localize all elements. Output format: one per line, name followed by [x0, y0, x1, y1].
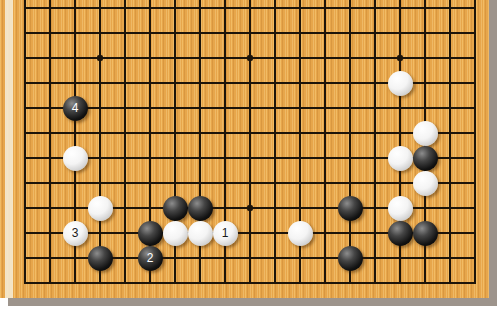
- intersection-j2[interactable]: [213, 246, 238, 271]
- intersection-a12[interactable]: [13, 0, 38, 21]
- intersection-t6[interactable]: [463, 146, 488, 171]
- intersection-h3[interactable]: [188, 221, 213, 246]
- intersection-e2[interactable]: [113, 246, 138, 271]
- white-stone-r7[interactable]: [413, 121, 438, 146]
- intersection-m10[interactable]: [288, 46, 313, 71]
- intersection-o4[interactable]: [338, 196, 363, 221]
- intersection-m1[interactable]: [288, 271, 313, 296]
- intersection-h12[interactable]: [188, 0, 213, 21]
- intersection-c10[interactable]: [63, 46, 88, 71]
- intersection-k11[interactable]: [238, 21, 263, 46]
- intersection-e6[interactable]: [113, 146, 138, 171]
- move-number-label: 4: [72, 102, 79, 114]
- intersection-a7[interactable]: [13, 121, 38, 146]
- intersection-f12[interactable]: [138, 0, 163, 21]
- intersection-o9[interactable]: [338, 71, 363, 96]
- intersection-r6[interactable]: [413, 146, 438, 171]
- intersection-r12[interactable]: [413, 0, 438, 21]
- intersection-p12[interactable]: [363, 0, 388, 21]
- intersection-b1[interactable]: [38, 271, 63, 296]
- intersection-f11[interactable]: [138, 21, 163, 46]
- intersection-a3[interactable]: [13, 221, 38, 246]
- intersection-r3[interactable]: [413, 221, 438, 246]
- intersection-t12[interactable]: [463, 0, 488, 21]
- intersection-b12[interactable]: [38, 0, 63, 21]
- intersection-s3[interactable]: [438, 221, 463, 246]
- intersection-m4[interactable]: [288, 196, 313, 221]
- black-stone-d2[interactable]: [88, 246, 113, 271]
- intersection-d2[interactable]: [88, 246, 113, 271]
- intersection-d12[interactable]: [88, 0, 113, 21]
- intersection-j10[interactable]: [213, 46, 238, 71]
- intersection-d5[interactable]: [88, 171, 113, 196]
- intersection-r4[interactable]: [413, 196, 438, 221]
- intersection-a10[interactable]: [13, 46, 38, 71]
- white-stone-c6[interactable]: [63, 146, 88, 171]
- intersection-q12[interactable]: [388, 0, 413, 21]
- intersection-q7[interactable]: [388, 121, 413, 146]
- intersection-t9[interactable]: [463, 71, 488, 96]
- intersection-p10[interactable]: [363, 46, 388, 71]
- black-stone-r3[interactable]: [413, 221, 438, 246]
- intersection-h5[interactable]: [188, 171, 213, 196]
- intersection-r7[interactable]: [413, 121, 438, 146]
- intersection-q5[interactable]: [388, 171, 413, 196]
- intersection-n2[interactable]: [313, 246, 338, 271]
- intersection-b5[interactable]: [38, 171, 63, 196]
- intersection-a9[interactable]: [13, 71, 38, 96]
- intersection-g11[interactable]: [163, 21, 188, 46]
- intersection-d4[interactable]: [88, 196, 113, 221]
- intersection-b2[interactable]: [38, 246, 63, 271]
- intersection-r2[interactable]: [413, 246, 438, 271]
- intersection-h4[interactable]: [188, 196, 213, 221]
- intersection-p11[interactable]: [363, 21, 388, 46]
- black-stone-q3[interactable]: [388, 221, 413, 246]
- intersection-e4[interactable]: [113, 196, 138, 221]
- intersection-r9[interactable]: [413, 71, 438, 96]
- intersection-c5[interactable]: [63, 171, 88, 196]
- board-drop-shadow-bottom: [8, 298, 497, 306]
- intersection-o5[interactable]: [338, 171, 363, 196]
- intersection-c2[interactable]: [63, 246, 88, 271]
- intersection-l8[interactable]: [263, 96, 288, 121]
- intersection-f4[interactable]: [138, 196, 163, 221]
- intersection-f9[interactable]: [138, 71, 163, 96]
- intersection-e5[interactable]: [113, 171, 138, 196]
- intersection-m6[interactable]: [288, 146, 313, 171]
- intersection-c11[interactable]: [63, 21, 88, 46]
- intersection-k12[interactable]: [238, 0, 263, 21]
- intersection-l7[interactable]: [263, 121, 288, 146]
- intersection-g10[interactable]: [163, 46, 188, 71]
- white-stone-m3[interactable]: [288, 221, 313, 246]
- intersection-d1[interactable]: [88, 271, 113, 296]
- intersection-b10[interactable]: [38, 46, 63, 71]
- intersection-d7[interactable]: [88, 121, 113, 146]
- intersection-m12[interactable]: [288, 0, 313, 21]
- intersection-k4[interactable]: [238, 196, 263, 221]
- intersection-s9[interactable]: [438, 71, 463, 96]
- intersection-f2[interactable]: 2: [138, 246, 163, 271]
- intersection-j11[interactable]: [213, 21, 238, 46]
- intersection-n11[interactable]: [313, 21, 338, 46]
- intersection-j3[interactable]: 1: [213, 221, 238, 246]
- intersection-c7[interactable]: [63, 121, 88, 146]
- intersection-m8[interactable]: [288, 96, 313, 121]
- intersection-c12[interactable]: [63, 0, 88, 21]
- intersection-n5[interactable]: [313, 171, 338, 196]
- white-stone-c3[interactable]: 3: [63, 221, 88, 246]
- intersection-p8[interactable]: [363, 96, 388, 121]
- intersection-a4[interactable]: [13, 196, 38, 221]
- intersection-r11[interactable]: [413, 21, 438, 46]
- intersection-o6[interactable]: [338, 146, 363, 171]
- intersection-n3[interactable]: [313, 221, 338, 246]
- move-number-label: 2: [147, 252, 154, 264]
- intersection-a11[interactable]: [13, 21, 38, 46]
- intersection-q10[interactable]: [388, 46, 413, 71]
- intersection-j4[interactable]: [213, 196, 238, 221]
- board-grid: 4312: [13, 0, 488, 296]
- intersection-p1[interactable]: [363, 271, 388, 296]
- black-stone-g4[interactable]: [163, 196, 188, 221]
- intersection-j5[interactable]: [213, 171, 238, 196]
- intersection-q6[interactable]: [388, 146, 413, 171]
- intersection-o11[interactable]: [338, 21, 363, 46]
- black-stone-h4[interactable]: [188, 196, 213, 221]
- black-stone-o4[interactable]: [338, 196, 363, 221]
- intersection-o3[interactable]: [338, 221, 363, 246]
- intersection-k8[interactable]: [238, 96, 263, 121]
- white-stone-q9[interactable]: [388, 71, 413, 96]
- intersection-l9[interactable]: [263, 71, 288, 96]
- intersection-k1[interactable]: [238, 271, 263, 296]
- intersection-q3[interactable]: [388, 221, 413, 246]
- black-stone-c8[interactable]: 4: [63, 96, 88, 121]
- intersection-s8[interactable]: [438, 96, 463, 121]
- intersection-h9[interactable]: [188, 71, 213, 96]
- intersection-o8[interactable]: [338, 96, 363, 121]
- intersection-d9[interactable]: [88, 71, 113, 96]
- intersection-a2[interactable]: [13, 246, 38, 271]
- intersection-m9[interactable]: [288, 71, 313, 96]
- go-board: 4312: [0, 0, 489, 298]
- intersection-f8[interactable]: [138, 96, 163, 121]
- white-stone-h3[interactable]: [188, 221, 213, 246]
- intersection-m3[interactable]: [288, 221, 313, 246]
- intersection-k9[interactable]: [238, 71, 263, 96]
- intersection-t3[interactable]: [463, 221, 488, 246]
- intersection-a1[interactable]: [13, 271, 38, 296]
- intersection-b9[interactable]: [38, 71, 63, 96]
- intersection-g2[interactable]: [163, 246, 188, 271]
- intersection-g6[interactable]: [163, 146, 188, 171]
- intersection-c6[interactable]: [63, 146, 88, 171]
- intersection-t5[interactable]: [463, 171, 488, 196]
- intersection-f3[interactable]: [138, 221, 163, 246]
- intersection-n9[interactable]: [313, 71, 338, 96]
- intersection-a5[interactable]: [13, 171, 38, 196]
- intersection-g7[interactable]: [163, 121, 188, 146]
- intersection-k6[interactable]: [238, 146, 263, 171]
- intersection-l11[interactable]: [263, 21, 288, 46]
- intersection-l3[interactable]: [263, 221, 288, 246]
- intersection-s4[interactable]: [438, 196, 463, 221]
- intersection-n6[interactable]: [313, 146, 338, 171]
- intersection-t4[interactable]: [463, 196, 488, 221]
- intersection-e7[interactable]: [113, 121, 138, 146]
- intersection-b3[interactable]: [38, 221, 63, 246]
- intersection-c4[interactable]: [63, 196, 88, 221]
- intersection-q4[interactable]: [388, 196, 413, 221]
- intersection-f7[interactable]: [138, 121, 163, 146]
- intersection-k2[interactable]: [238, 246, 263, 271]
- intersection-n4[interactable]: [313, 196, 338, 221]
- intersection-p4[interactable]: [363, 196, 388, 221]
- intersection-r10[interactable]: [413, 46, 438, 71]
- intersection-t10[interactable]: [463, 46, 488, 71]
- intersection-p5[interactable]: [363, 171, 388, 196]
- intersection-n10[interactable]: [313, 46, 338, 71]
- intersection-h8[interactable]: [188, 96, 213, 121]
- intersection-l5[interactable]: [263, 171, 288, 196]
- intersection-q1[interactable]: [388, 271, 413, 296]
- intersection-e1[interactable]: [113, 271, 138, 296]
- intersection-r1[interactable]: [413, 271, 438, 296]
- white-stone-q4[interactable]: [388, 196, 413, 221]
- intersection-e10[interactable]: [113, 46, 138, 71]
- intersection-f6[interactable]: [138, 146, 163, 171]
- intersection-s5[interactable]: [438, 171, 463, 196]
- intersection-g8[interactable]: [163, 96, 188, 121]
- white-stone-d4[interactable]: [88, 196, 113, 221]
- intersection-f1[interactable]: [138, 271, 163, 296]
- intersection-f10[interactable]: [138, 46, 163, 71]
- intersection-d3[interactable]: [88, 221, 113, 246]
- intersection-d10[interactable]: [88, 46, 113, 71]
- intersection-j12[interactable]: [213, 0, 238, 21]
- intersection-s1[interactable]: [438, 271, 463, 296]
- intersection-s2[interactable]: [438, 246, 463, 271]
- intersection-g9[interactable]: [163, 71, 188, 96]
- intersection-m5[interactable]: [288, 171, 313, 196]
- intersection-e11[interactable]: [113, 21, 138, 46]
- intersection-l1[interactable]: [263, 271, 288, 296]
- intersection-m7[interactable]: [288, 121, 313, 146]
- intersection-g12[interactable]: [163, 0, 188, 21]
- intersection-l4[interactable]: [263, 196, 288, 221]
- intersection-c8[interactable]: 4: [63, 96, 88, 121]
- intersection-q9[interactable]: [388, 71, 413, 96]
- intersection-o2[interactable]: [338, 246, 363, 271]
- intersection-e3[interactable]: [113, 221, 138, 246]
- black-stone-r6[interactable]: [413, 146, 438, 171]
- white-stone-r5[interactable]: [413, 171, 438, 196]
- move-number-label: 3: [72, 227, 79, 239]
- intersection-h6[interactable]: [188, 146, 213, 171]
- intersection-k5[interactable]: [238, 171, 263, 196]
- intersection-p6[interactable]: [363, 146, 388, 171]
- intersection-h11[interactable]: [188, 21, 213, 46]
- intersection-s11[interactable]: [438, 21, 463, 46]
- black-stone-o2[interactable]: [338, 246, 363, 271]
- intersection-m2[interactable]: [288, 246, 313, 271]
- intersection-n12[interactable]: [313, 0, 338, 21]
- intersection-a8[interactable]: [13, 96, 38, 121]
- intersection-h10[interactable]: [188, 46, 213, 71]
- intersection-o1[interactable]: [338, 271, 363, 296]
- intersection-a6[interactable]: [13, 146, 38, 171]
- intersection-d6[interactable]: [88, 146, 113, 171]
- intersection-h1[interactable]: [188, 271, 213, 296]
- intersection-k7[interactable]: [238, 121, 263, 146]
- intersection-t7[interactable]: [463, 121, 488, 146]
- intersection-d8[interactable]: [88, 96, 113, 121]
- intersection-o12[interactable]: [338, 0, 363, 21]
- intersection-j6[interactable]: [213, 146, 238, 171]
- intersection-t11[interactable]: [463, 21, 488, 46]
- intersection-d11[interactable]: [88, 21, 113, 46]
- black-stone-f2[interactable]: 2: [138, 246, 163, 271]
- intersection-c1[interactable]: [63, 271, 88, 296]
- intersection-e8[interactable]: [113, 96, 138, 121]
- intersection-r5[interactable]: [413, 171, 438, 196]
- intersection-r8[interactable]: [413, 96, 438, 121]
- black-stone-f3[interactable]: [138, 221, 163, 246]
- intersection-l10[interactable]: [263, 46, 288, 71]
- intersection-n8[interactable]: [313, 96, 338, 121]
- intersection-h7[interactable]: [188, 121, 213, 146]
- white-stone-g3[interactable]: [163, 221, 188, 246]
- intersection-q11[interactable]: [388, 21, 413, 46]
- intersection-s12[interactable]: [438, 0, 463, 21]
- intersection-g5[interactable]: [163, 171, 188, 196]
- intersection-j1[interactable]: [213, 271, 238, 296]
- white-stone-j3[interactable]: 1: [213, 221, 238, 246]
- board-drop-shadow-right: [489, 0, 497, 306]
- intersection-j7[interactable]: [213, 121, 238, 146]
- white-stone-q6[interactable]: [388, 146, 413, 171]
- intersection-s10[interactable]: [438, 46, 463, 71]
- intersection-l2[interactable]: [263, 246, 288, 271]
- intersection-p7[interactable]: [363, 121, 388, 146]
- intersection-n1[interactable]: [313, 271, 338, 296]
- intersection-n7[interactable]: [313, 121, 338, 146]
- intersection-j8[interactable]: [213, 96, 238, 121]
- go-diagram: 4312: [0, 0, 500, 310]
- intersection-j9[interactable]: [213, 71, 238, 96]
- intersection-p9[interactable]: [363, 71, 388, 96]
- intersection-t2[interactable]: [463, 246, 488, 271]
- intersection-q2[interactable]: [388, 246, 413, 271]
- intersection-o7[interactable]: [338, 121, 363, 146]
- intersection-t8[interactable]: [463, 96, 488, 121]
- move-number-label: 1: [222, 227, 229, 239]
- intersection-e12[interactable]: [113, 0, 138, 21]
- intersection-t1[interactable]: [463, 271, 488, 296]
- intersection-l6[interactable]: [263, 146, 288, 171]
- intersection-c9[interactable]: [63, 71, 88, 96]
- intersection-p2[interactable]: [363, 246, 388, 271]
- intersection-g1[interactable]: [163, 271, 188, 296]
- intersection-s6[interactable]: [438, 146, 463, 171]
- intersection-b11[interactable]: [38, 21, 63, 46]
- intersection-f5[interactable]: [138, 171, 163, 196]
- intersection-g4[interactable]: [163, 196, 188, 221]
- intersection-o10[interactable]: [338, 46, 363, 71]
- intersection-g3[interactable]: [163, 221, 188, 246]
- intersection-p3[interactable]: [363, 221, 388, 246]
- intersection-l12[interactable]: [263, 0, 288, 21]
- intersection-b7[interactable]: [38, 121, 63, 146]
- intersection-m11[interactable]: [288, 21, 313, 46]
- intersection-q8[interactable]: [388, 96, 413, 121]
- intersection-b6[interactable]: [38, 146, 63, 171]
- intersection-k3[interactable]: [238, 221, 263, 246]
- intersection-b4[interactable]: [38, 196, 63, 221]
- intersection-s7[interactable]: [438, 121, 463, 146]
- intersection-b8[interactable]: [38, 96, 63, 121]
- intersection-k10[interactable]: [238, 46, 263, 71]
- intersection-c3[interactable]: 3: [63, 221, 88, 246]
- intersection-e9[interactable]: [113, 71, 138, 96]
- intersection-h2[interactable]: [188, 246, 213, 271]
